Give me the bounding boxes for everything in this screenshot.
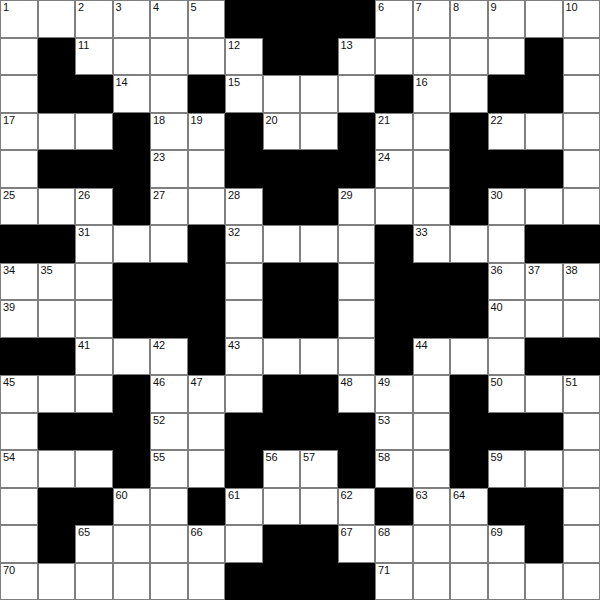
cell-r10-c13[interactable]: 50 bbox=[488, 375, 526, 413]
cell-r2-c0[interactable] bbox=[0, 75, 38, 113]
cell-r7-c3-block bbox=[113, 263, 151, 301]
cell-r12-c7[interactable]: 56 bbox=[263, 450, 301, 488]
clue-number-11: 11 bbox=[78, 39, 89, 52]
cell-r8-c0[interactable]: 39 bbox=[0, 300, 38, 338]
cell-r5-c15[interactable] bbox=[563, 188, 600, 226]
cell-r5-c4[interactable]: 27 bbox=[150, 188, 188, 226]
cell-r13-c6[interactable]: 61 bbox=[225, 488, 263, 526]
clue-number-45: 45 bbox=[3, 376, 15, 389]
clue-number-38: 38 bbox=[566, 264, 578, 277]
cell-r7-c15[interactable]: 38 bbox=[563, 263, 600, 301]
cell-r13-c7[interactable] bbox=[263, 488, 301, 526]
clue-number-10: 10 bbox=[566, 1, 578, 14]
cell-r15-c3[interactable] bbox=[113, 563, 151, 600]
cell-r13-c2-block bbox=[75, 488, 113, 526]
cell-r15-c15[interactable] bbox=[563, 563, 600, 600]
cell-r11-c8-block bbox=[300, 413, 338, 451]
clue-number-2: 2 bbox=[78, 1, 84, 14]
clue-number-18: 18 bbox=[153, 114, 165, 127]
cell-r14-c2[interactable]: 65 bbox=[75, 525, 113, 563]
cell-r10-c0[interactable]: 45 bbox=[0, 375, 38, 413]
cell-r5-c12-block bbox=[450, 188, 488, 226]
cell-r14-c3[interactable] bbox=[113, 525, 151, 563]
clue-number-66: 66 bbox=[191, 526, 203, 539]
cell-r7-c13[interactable]: 36 bbox=[488, 263, 526, 301]
cell-r7-c1[interactable]: 35 bbox=[38, 263, 76, 301]
cell-r13-c9[interactable]: 62 bbox=[338, 488, 376, 526]
cell-r10-c12-block bbox=[450, 375, 488, 413]
clue-number-65: 65 bbox=[78, 526, 90, 539]
cell-r7-c9[interactable] bbox=[338, 263, 376, 301]
clue-number-3: 3 bbox=[116, 1, 122, 14]
cell-r6-c15-block bbox=[563, 225, 600, 263]
cell-r1-c2[interactable]: 11 bbox=[75, 38, 113, 76]
cell-r7-c0[interactable]: 34 bbox=[0, 263, 38, 301]
clue-number-7: 7 bbox=[416, 1, 422, 14]
cell-r9-c10-block bbox=[375, 338, 413, 376]
clue-number-4: 4 bbox=[153, 1, 159, 14]
cell-r1-c0[interactable] bbox=[0, 38, 38, 76]
cell-r8-c2[interactable] bbox=[75, 300, 113, 338]
cell-r8-c15[interactable] bbox=[563, 300, 600, 338]
clue-number-50: 50 bbox=[491, 376, 503, 389]
cell-r7-c2[interactable] bbox=[75, 263, 113, 301]
cell-r3-c11[interactable] bbox=[413, 113, 451, 151]
cell-r13-c1-block bbox=[38, 488, 76, 526]
cell-r0-c3[interactable]: 3 bbox=[113, 0, 151, 38]
cell-r3-c1[interactable] bbox=[38, 113, 76, 151]
cell-r2-c4[interactable] bbox=[150, 75, 188, 113]
cell-r7-c6[interactable] bbox=[225, 263, 263, 301]
cell-r9-c9[interactable] bbox=[338, 338, 376, 376]
cell-r5-c8-block bbox=[300, 188, 338, 226]
cell-r14-c13[interactable]: 69 bbox=[488, 525, 526, 563]
cell-r6-c12[interactable] bbox=[450, 225, 488, 263]
cell-r0-c13[interactable]: 9 bbox=[488, 0, 526, 38]
cell-r1-c5[interactable] bbox=[188, 38, 226, 76]
cell-r13-c8[interactable] bbox=[300, 488, 338, 526]
clue-number-62: 62 bbox=[341, 489, 353, 502]
cell-r10-c15[interactable]: 51 bbox=[563, 375, 600, 413]
cell-r2-c6[interactable]: 15 bbox=[225, 75, 263, 113]
cell-r9-c8[interactable] bbox=[300, 338, 338, 376]
cell-r0-c1[interactable] bbox=[38, 0, 76, 38]
cell-r1-c4[interactable] bbox=[150, 38, 188, 76]
cell-r5-c9[interactable]: 29 bbox=[338, 188, 376, 226]
cell-r3-c9-block bbox=[338, 113, 376, 151]
cell-r10-c10[interactable]: 49 bbox=[375, 375, 413, 413]
clue-number-21: 21 bbox=[378, 114, 390, 127]
clue-number-17: 17 bbox=[3, 114, 15, 127]
cell-r13-c13-block bbox=[488, 488, 526, 526]
cell-r12-c0[interactable]: 54 bbox=[0, 450, 38, 488]
cell-r10-c8-block bbox=[300, 375, 338, 413]
clue-number-29: 29 bbox=[341, 189, 353, 202]
cell-r2-c2-block bbox=[75, 75, 113, 113]
cell-r0-c9-block bbox=[338, 0, 376, 38]
cell-r9-c1-block bbox=[38, 338, 76, 376]
cell-r15-c14[interactable] bbox=[525, 563, 563, 600]
cell-r7-c11-block bbox=[413, 263, 451, 301]
cell-r8-c13[interactable]: 40 bbox=[488, 300, 526, 338]
cell-r8-c7-block bbox=[263, 300, 301, 338]
cell-r12-c10[interactable]: 58 bbox=[375, 450, 413, 488]
cell-r12-c14[interactable] bbox=[525, 450, 563, 488]
cell-r9-c4[interactable]: 42 bbox=[150, 338, 188, 376]
cell-r12-c3-block bbox=[113, 450, 151, 488]
cell-r6-c1-block bbox=[38, 225, 76, 263]
clue-number-36: 36 bbox=[491, 264, 503, 277]
cell-r0-c4[interactable]: 4 bbox=[150, 0, 188, 38]
cell-r2-c14-block bbox=[525, 75, 563, 113]
clue-number-67: 67 bbox=[341, 526, 353, 539]
clue-number-12: 12 bbox=[228, 39, 240, 52]
cell-r7-c12-block bbox=[450, 263, 488, 301]
cell-r1-c7-block bbox=[263, 38, 301, 76]
clue-number-51: 51 bbox=[566, 376, 578, 389]
cell-r14-c0[interactable] bbox=[0, 525, 38, 563]
cell-r2-c13-block bbox=[488, 75, 526, 113]
cell-r4-c4[interactable]: 23 bbox=[150, 150, 188, 188]
cell-r1-c14-block bbox=[525, 38, 563, 76]
cell-r3-c4[interactable]: 18 bbox=[150, 113, 188, 151]
cell-r4-c5[interactable] bbox=[188, 150, 226, 188]
clue-number-27: 27 bbox=[153, 189, 165, 202]
cell-r5-c0[interactable]: 25 bbox=[0, 188, 38, 226]
cell-r15-c8-block bbox=[300, 563, 338, 600]
cell-r0-c10[interactable]: 6 bbox=[375, 0, 413, 38]
cell-r15-c0[interactable]: 70 bbox=[0, 563, 38, 600]
cell-r9-c3[interactable] bbox=[113, 338, 151, 376]
cell-r0-c5[interactable]: 5 bbox=[188, 0, 226, 38]
cell-r10-c7-block bbox=[263, 375, 301, 413]
cell-r2-c8[interactable] bbox=[300, 75, 338, 113]
cell-r1-c1-block bbox=[38, 38, 76, 76]
cell-r10-c11[interactable] bbox=[413, 375, 451, 413]
cell-r15-c11[interactable] bbox=[413, 563, 451, 600]
cell-r3-c10[interactable]: 21 bbox=[375, 113, 413, 151]
cell-r12-c13[interactable]: 59 bbox=[488, 450, 526, 488]
cell-r9-c11[interactable]: 44 bbox=[413, 338, 451, 376]
crossword-puzzle: 1234567891011121314151617181920212223242… bbox=[0, 0, 600, 600]
cell-r4-c15[interactable] bbox=[563, 150, 600, 188]
cell-r6-c7[interactable] bbox=[263, 225, 301, 263]
clue-number-46: 46 bbox=[153, 376, 165, 389]
cell-r5-c2[interactable]: 26 bbox=[75, 188, 113, 226]
cell-r4-c9-block bbox=[338, 150, 376, 188]
cell-r9-c7[interactable] bbox=[263, 338, 301, 376]
cell-r0-c14[interactable] bbox=[525, 0, 563, 38]
cell-r7-c8-block bbox=[300, 263, 338, 301]
cell-r1-c6[interactable]: 12 bbox=[225, 38, 263, 76]
cell-r9-c5-block bbox=[188, 338, 226, 376]
cell-r2-c9[interactable] bbox=[338, 75, 376, 113]
cell-r2-c5-block bbox=[188, 75, 226, 113]
clue-number-25: 25 bbox=[3, 189, 15, 202]
cell-r10-c14[interactable] bbox=[525, 375, 563, 413]
cell-r5-c7-block bbox=[263, 188, 301, 226]
clue-number-19: 19 bbox=[191, 114, 203, 127]
clue-number-39: 39 bbox=[3, 301, 15, 314]
cell-r7-c7-block bbox=[263, 263, 301, 301]
clue-number-6: 6 bbox=[378, 1, 384, 14]
cell-r10-c2[interactable] bbox=[75, 375, 113, 413]
cell-r14-c12[interactable] bbox=[450, 525, 488, 563]
cell-r12-c1[interactable] bbox=[38, 450, 76, 488]
cell-r8-c5-block bbox=[188, 300, 226, 338]
cell-r9-c14-block bbox=[525, 338, 563, 376]
cell-r3-c15[interactable] bbox=[563, 113, 600, 151]
clue-number-52: 52 bbox=[153, 414, 165, 427]
cell-r8-c14[interactable] bbox=[525, 300, 563, 338]
clue-number-24: 24 bbox=[378, 151, 390, 164]
clue-number-58: 58 bbox=[378, 451, 390, 464]
cell-r12-c8[interactable]: 57 bbox=[300, 450, 338, 488]
clue-number-23: 23 bbox=[153, 151, 165, 164]
cell-r5-c11[interactable] bbox=[413, 188, 451, 226]
clue-number-13: 13 bbox=[341, 39, 353, 52]
cell-r15-c4[interactable] bbox=[150, 563, 188, 600]
cell-r14-c7-block bbox=[263, 525, 301, 563]
cell-r1-c13[interactable] bbox=[488, 38, 526, 76]
cell-r0-c6-block bbox=[225, 0, 263, 38]
cell-r6-c3[interactable] bbox=[113, 225, 151, 263]
cell-r12-c5[interactable] bbox=[188, 450, 226, 488]
cell-r1-c8-block bbox=[300, 38, 338, 76]
cell-r3-c2[interactable] bbox=[75, 113, 113, 151]
cell-r10-c1[interactable] bbox=[38, 375, 76, 413]
clue-number-69: 69 bbox=[491, 526, 503, 539]
clue-number-31: 31 bbox=[78, 226, 90, 239]
cell-r2-c7[interactable] bbox=[263, 75, 301, 113]
cell-r15-c12[interactable] bbox=[450, 563, 488, 600]
cell-r15-c13[interactable] bbox=[488, 563, 526, 600]
cell-r11-c12-block bbox=[450, 413, 488, 451]
cell-r2-c10-block bbox=[375, 75, 413, 113]
cell-r8-c4-block bbox=[150, 300, 188, 338]
cell-r11-c3-block bbox=[113, 413, 151, 451]
cell-r14-c15[interactable] bbox=[563, 525, 600, 563]
cell-r12-c4[interactable]: 55 bbox=[150, 450, 188, 488]
clue-number-35: 35 bbox=[41, 264, 53, 277]
cell-r11-c11[interactable] bbox=[413, 413, 451, 451]
clue-number-8: 8 bbox=[453, 1, 459, 14]
cell-r11-c2-block bbox=[75, 413, 113, 451]
cell-r12-c15[interactable] bbox=[563, 450, 600, 488]
cell-r1-c12[interactable] bbox=[450, 38, 488, 76]
cell-r9-c12[interactable] bbox=[450, 338, 488, 376]
cell-r0-c7-block bbox=[263, 0, 301, 38]
cell-r6-c13[interactable] bbox=[488, 225, 526, 263]
cell-r4-c7-block bbox=[263, 150, 301, 188]
cell-r11-c6-block bbox=[225, 413, 263, 451]
cell-r11-c10[interactable]: 53 bbox=[375, 413, 413, 451]
clue-number-41: 41 bbox=[78, 339, 90, 352]
clue-number-14: 14 bbox=[116, 76, 128, 89]
cell-r15-c2[interactable] bbox=[75, 563, 113, 600]
cell-r13-c11[interactable]: 63 bbox=[413, 488, 451, 526]
clue-number-37: 37 bbox=[528, 264, 540, 277]
cell-r3-c8[interactable] bbox=[300, 113, 338, 151]
crossword-board: 1234567891011121314151617181920212223242… bbox=[0, 0, 600, 600]
cell-r6-c9[interactable] bbox=[338, 225, 376, 263]
cell-r15-c10[interactable]: 71 bbox=[375, 563, 413, 600]
cell-r1-c10[interactable] bbox=[375, 38, 413, 76]
cell-r8-c11-block bbox=[413, 300, 451, 338]
cell-r12-c9-block bbox=[338, 450, 376, 488]
cell-r13-c4[interactable] bbox=[150, 488, 188, 526]
cell-r0-c15[interactable]: 10 bbox=[563, 0, 600, 38]
cell-r14-c11[interactable] bbox=[413, 525, 451, 563]
cell-r1-c9[interactable]: 13 bbox=[338, 38, 376, 76]
cell-r7-c4-block bbox=[150, 263, 188, 301]
cell-r3-c14[interactable] bbox=[525, 113, 563, 151]
cell-r15-c9-block bbox=[338, 563, 376, 600]
cell-r4-c8-block bbox=[300, 150, 338, 188]
cell-r8-c1[interactable] bbox=[38, 300, 76, 338]
cell-r2-c12[interactable] bbox=[450, 75, 488, 113]
cell-r0-c11[interactable]: 7 bbox=[413, 0, 451, 38]
clue-number-5: 5 bbox=[191, 1, 197, 14]
clue-number-28: 28 bbox=[228, 189, 240, 202]
cell-r15-c1[interactable] bbox=[38, 563, 76, 600]
cell-r2-c3[interactable]: 14 bbox=[113, 75, 151, 113]
cell-r6-c14-block bbox=[525, 225, 563, 263]
cell-r3-c13[interactable]: 22 bbox=[488, 113, 526, 151]
clue-number-64: 64 bbox=[453, 489, 465, 502]
cell-r6-c2[interactable]: 31 bbox=[75, 225, 113, 263]
cell-r5-c14[interactable] bbox=[525, 188, 563, 226]
cell-r8-c10-block bbox=[375, 300, 413, 338]
clue-number-33: 33 bbox=[416, 226, 428, 239]
cell-r2-c11[interactable]: 16 bbox=[413, 75, 451, 113]
clue-number-44: 44 bbox=[416, 339, 428, 352]
cell-r14-c1-block bbox=[38, 525, 76, 563]
clue-number-42: 42 bbox=[153, 339, 165, 352]
cell-r13-c12[interactable]: 64 bbox=[450, 488, 488, 526]
cell-r4-c11[interactable] bbox=[413, 150, 451, 188]
clue-number-32: 32 bbox=[228, 226, 240, 239]
cell-r4-c1-block bbox=[38, 150, 76, 188]
cell-r10-c4[interactable]: 46 bbox=[150, 375, 188, 413]
cell-r11-c1-block bbox=[38, 413, 76, 451]
cell-r3-c12-block bbox=[450, 113, 488, 151]
clue-number-55: 55 bbox=[153, 451, 165, 464]
cell-r4-c10[interactable]: 24 bbox=[375, 150, 413, 188]
cell-r13-c3[interactable]: 60 bbox=[113, 488, 151, 526]
cell-r3-c7[interactable]: 20 bbox=[263, 113, 301, 151]
cell-r13-c0[interactable] bbox=[0, 488, 38, 526]
cell-r8-c9[interactable] bbox=[338, 300, 376, 338]
cell-r4-c6-block bbox=[225, 150, 263, 188]
cell-r13-c5-block bbox=[188, 488, 226, 526]
cell-r14-c14-block bbox=[525, 525, 563, 563]
cell-r6-c4[interactable] bbox=[150, 225, 188, 263]
cell-r5-c10[interactable] bbox=[375, 188, 413, 226]
clue-number-63: 63 bbox=[416, 489, 428, 502]
cell-r14-c6[interactable] bbox=[225, 525, 263, 563]
cell-r11-c0[interactable] bbox=[0, 413, 38, 451]
cell-r3-c6-block bbox=[225, 113, 263, 151]
cell-r9-c15-block bbox=[563, 338, 600, 376]
clue-number-43: 43 bbox=[228, 339, 240, 352]
cell-r14-c5[interactable]: 66 bbox=[188, 525, 226, 563]
cell-r5-c13[interactable]: 30 bbox=[488, 188, 526, 226]
cell-r8-c8-block bbox=[300, 300, 338, 338]
cell-r15-c5[interactable] bbox=[188, 563, 226, 600]
cell-r0-c12[interactable]: 8 bbox=[450, 0, 488, 38]
clue-number-71: 71 bbox=[378, 564, 390, 577]
cell-r14-c10[interactable]: 68 bbox=[375, 525, 413, 563]
cell-r14-c8-block bbox=[300, 525, 338, 563]
cell-r7-c10-block bbox=[375, 263, 413, 301]
cell-r13-c15[interactable] bbox=[563, 488, 600, 526]
cell-r1-c11[interactable] bbox=[413, 38, 451, 76]
clue-number-68: 68 bbox=[378, 526, 390, 539]
clue-number-26: 26 bbox=[78, 189, 90, 202]
cell-r12-c6-block bbox=[225, 450, 263, 488]
clue-number-16: 16 bbox=[416, 76, 428, 89]
cell-r15-c6-block bbox=[225, 563, 263, 600]
cell-r11-c14-block bbox=[525, 413, 563, 451]
cell-r5-c1[interactable] bbox=[38, 188, 76, 226]
cell-r9-c2[interactable]: 41 bbox=[75, 338, 113, 376]
cell-r11-c5[interactable] bbox=[188, 413, 226, 451]
cell-r5-c5[interactable] bbox=[188, 188, 226, 226]
clue-number-40: 40 bbox=[491, 301, 503, 314]
cell-r3-c0[interactable]: 17 bbox=[0, 113, 38, 151]
cell-r12-c2[interactable] bbox=[75, 450, 113, 488]
cell-r8-c6[interactable] bbox=[225, 300, 263, 338]
clue-number-60: 60 bbox=[116, 489, 128, 502]
clue-number-70: 70 bbox=[3, 564, 15, 577]
cell-r0-c8-block bbox=[300, 0, 338, 38]
cell-r3-c3-block bbox=[113, 113, 151, 151]
cell-r7-c14[interactable]: 37 bbox=[525, 263, 563, 301]
cell-r3-c5[interactable]: 19 bbox=[188, 113, 226, 151]
cell-r1-c3[interactable] bbox=[113, 38, 151, 76]
cell-r11-c15[interactable] bbox=[563, 413, 600, 451]
cell-r12-c11[interactable] bbox=[413, 450, 451, 488]
cell-r10-c6[interactable] bbox=[225, 375, 263, 413]
cell-r9-c6[interactable]: 43 bbox=[225, 338, 263, 376]
clue-number-9: 9 bbox=[491, 1, 497, 14]
cell-r4-c0[interactable] bbox=[0, 150, 38, 188]
cell-r14-c4[interactable] bbox=[150, 525, 188, 563]
cell-r15-c7-block bbox=[263, 563, 301, 600]
cell-r6-c0-block bbox=[0, 225, 38, 263]
cell-r9-c13[interactable] bbox=[488, 338, 526, 376]
clue-number-1: 1 bbox=[3, 1, 9, 14]
cell-r6-c5-block bbox=[188, 225, 226, 263]
cell-r0-c0[interactable]: 1 bbox=[0, 0, 38, 38]
cell-r6-c10-block bbox=[375, 225, 413, 263]
cell-r10-c5[interactable]: 47 bbox=[188, 375, 226, 413]
cell-r1-c15[interactable] bbox=[563, 38, 600, 76]
cell-r10-c9[interactable]: 48 bbox=[338, 375, 376, 413]
cell-r2-c15[interactable] bbox=[563, 75, 600, 113]
cell-r6-c11[interactable]: 33 bbox=[413, 225, 451, 263]
cell-r6-c6[interactable]: 32 bbox=[225, 225, 263, 263]
cell-r6-c8[interactable] bbox=[300, 225, 338, 263]
cell-r0-c2[interactable]: 2 bbox=[75, 0, 113, 38]
cell-r14-c9[interactable]: 67 bbox=[338, 525, 376, 563]
clue-number-57: 57 bbox=[303, 451, 315, 464]
clue-number-22: 22 bbox=[491, 114, 503, 127]
cell-r11-c4[interactable]: 52 bbox=[150, 413, 188, 451]
cell-r5-c6[interactable]: 28 bbox=[225, 188, 263, 226]
clue-number-48: 48 bbox=[341, 376, 353, 389]
